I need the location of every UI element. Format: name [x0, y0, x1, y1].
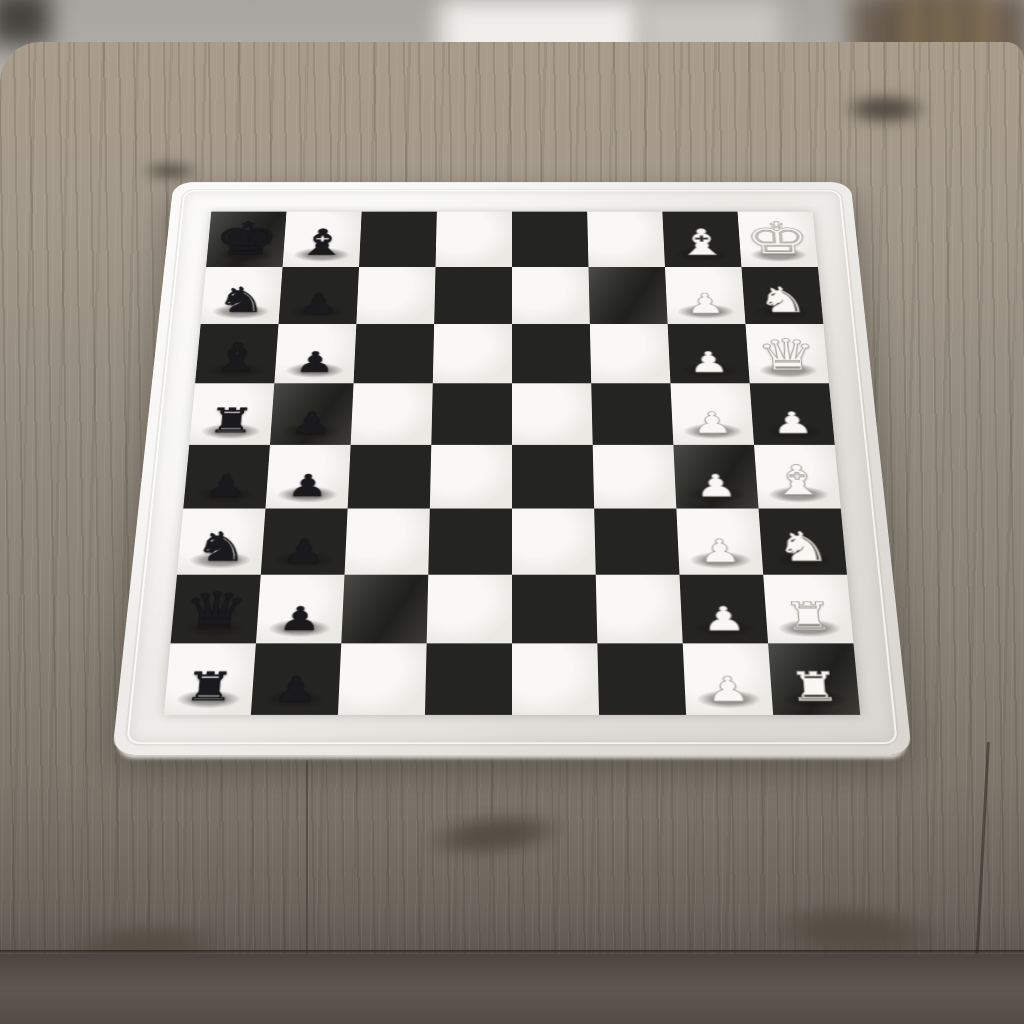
- piece-black-pawn[interactable]: ♟: [265, 445, 350, 509]
- black-pawn-glyph: ♟: [273, 672, 319, 706]
- piece-black-rook[interactable]: ♜: [189, 383, 274, 444]
- white-bishop-glyph: ♝: [768, 460, 828, 501]
- black-pawn-glyph: ♟: [294, 348, 336, 376]
- chess-board: ♚♝♝♚♞♟♟♞♝♟♟♛♜♟♟♟♟♟♟♝♞♟♟♞♛♟♟♜♜♟♟♜: [112, 182, 912, 755]
- table-front-edge: [0, 954, 1024, 1024]
- board-scene: ♚♝♝♚♞♟♟♞♝♟♟♛♜♟♟♟♟♟♟♝♞♟♟♞♛♟♟♜♜♟♟♜: [112, 0, 912, 755]
- black-pawn-glyph: ♟: [204, 471, 248, 502]
- black-rook-glyph: ♜: [206, 404, 256, 438]
- black-pawn-glyph: ♟: [282, 535, 326, 567]
- piece-black-pawn[interactable]: ♟: [251, 643, 341, 714]
- black-knight-glyph: ♞: [192, 527, 250, 567]
- black-bishop-glyph: ♝: [208, 338, 266, 376]
- black-pawn-glyph: ♟: [277, 603, 322, 636]
- piece-black-pawn[interactable]: ♟: [261, 509, 348, 575]
- piece-white-pawn[interactable]: ♟: [673, 445, 758, 509]
- white-rook-glyph: ♜: [787, 667, 841, 707]
- piece-black-pawn[interactable]: ♟: [183, 445, 270, 509]
- piece-black-knight[interactable]: ♞: [177, 509, 265, 575]
- piece-white-queen[interactable]: ♛: [745, 324, 828, 383]
- piece-white-bishop[interactable]: ♝: [662, 212, 741, 267]
- backdrop-dark-corner: [0, 0, 50, 45]
- white-pawn-glyph: ♟: [702, 603, 747, 636]
- piece-black-bishop[interactable]: ♝: [195, 324, 278, 383]
- piece-black-bishop[interactable]: ♝: [283, 212, 362, 267]
- piece-white-bishop[interactable]: ♝: [754, 445, 841, 509]
- black-pawn-glyph: ♟: [286, 471, 329, 502]
- piece-white-knight[interactable]: ♞: [759, 509, 847, 575]
- white-king-glyph: ♚: [743, 216, 812, 260]
- piece-black-knight[interactable]: ♞: [201, 267, 283, 324]
- piece-white-pawn[interactable]: ♟: [670, 383, 754, 444]
- white-pawn-glyph: ♟: [771, 408, 814, 437]
- piece-white-king[interactable]: ♚: [738, 212, 818, 267]
- white-pawn-glyph: ♟: [695, 471, 738, 502]
- black-pawn-glyph: ♟: [298, 290, 339, 317]
- wood-knot: [418, 804, 572, 865]
- white-knight-glyph: ♞: [756, 282, 809, 317]
- white-pawn-glyph: ♟: [685, 290, 726, 317]
- piece-white-pawn[interactable]: ♟: [668, 324, 750, 383]
- piece-white-rook[interactable]: ♜: [768, 643, 860, 714]
- piece-black-pawn[interactable]: ♟: [256, 575, 345, 644]
- black-king-glyph: ♚: [212, 216, 281, 260]
- white-queen-glyph: ♛: [755, 334, 819, 377]
- piece-black-pawn[interactable]: ♟: [270, 383, 354, 444]
- piece-white-pawn[interactable]: ♟: [679, 575, 768, 644]
- piece-black-king[interactable]: ♚: [206, 212, 286, 267]
- piece-white-pawn[interactable]: ♟: [665, 267, 746, 324]
- piece-black-rook[interactable]: ♜: [164, 643, 256, 714]
- white-pawn-glyph: ♟: [705, 672, 751, 706]
- black-knight-glyph: ♞: [215, 282, 268, 317]
- white-pawn-glyph: ♟: [691, 408, 734, 437]
- piece-black-pawn[interactable]: ♟: [274, 324, 356, 383]
- white-pawn-glyph: ♟: [698, 535, 742, 567]
- white-bishop-glyph: ♝: [675, 225, 730, 261]
- white-rook-glyph: ♜: [782, 597, 835, 635]
- pieces-layer: ♚♝♝♚♞♟♟♞♝♟♟♛♜♟♟♟♟♟♟♝♞♟♟♞♛♟♟♜♜♟♟♜: [164, 212, 860, 715]
- black-queen-glyph: ♛: [181, 586, 251, 636]
- white-knight-glyph: ♞: [774, 527, 832, 567]
- black-bishop-glyph: ♝: [295, 225, 350, 261]
- piece-white-pawn[interactable]: ♟: [750, 383, 835, 444]
- black-pawn-glyph: ♟: [290, 408, 333, 437]
- piece-white-rook[interactable]: ♜: [763, 575, 853, 644]
- piece-white-pawn[interactable]: ♟: [676, 509, 763, 575]
- black-rook-glyph: ♜: [182, 667, 236, 707]
- piece-white-pawn[interactable]: ♟: [683, 643, 773, 714]
- piece-black-pawn[interactable]: ♟: [279, 267, 360, 324]
- piece-white-knight[interactable]: ♞: [741, 267, 823, 324]
- white-pawn-glyph: ♟: [688, 348, 730, 376]
- piece-black-queen[interactable]: ♛: [171, 575, 261, 644]
